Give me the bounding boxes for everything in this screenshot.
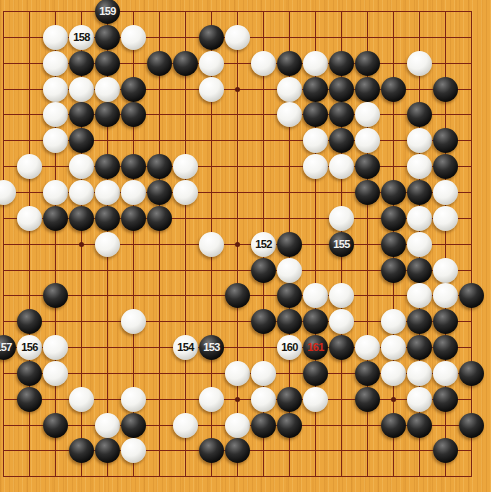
white-stone [225, 413, 250, 438]
white-stone [433, 361, 458, 386]
white-stone [43, 335, 68, 360]
white-stone [433, 206, 458, 231]
white-stone [69, 180, 94, 205]
white-stone [407, 154, 432, 179]
white-stone [43, 77, 68, 102]
black-stone [277, 232, 302, 257]
black-stone [173, 51, 198, 76]
move-number-label: 154 [177, 342, 194, 353]
black-stone [17, 361, 42, 386]
move-number-label: 157 [0, 342, 12, 353]
white-stone [407, 51, 432, 76]
white-stone [381, 361, 406, 386]
black-stone [95, 154, 120, 179]
black-stone [95, 206, 120, 231]
black-stone [303, 361, 328, 386]
black-stone [433, 335, 458, 360]
black-stone: 159 [95, 0, 120, 24]
black-stone [251, 258, 276, 283]
black-stone [381, 258, 406, 283]
black-stone [277, 51, 302, 76]
move-number-label: 152 [255, 239, 272, 250]
black-stone [329, 77, 354, 102]
black-stone [69, 206, 94, 231]
black-stone [381, 77, 406, 102]
black-stone [199, 25, 224, 50]
white-stone [43, 180, 68, 205]
black-stone [381, 413, 406, 438]
black-stone [251, 413, 276, 438]
black-stone [381, 180, 406, 205]
black-stone [407, 413, 432, 438]
white-stone [251, 51, 276, 76]
white-stone [95, 77, 120, 102]
black-stone: 155 [329, 232, 354, 257]
black-stone [381, 232, 406, 257]
star-point [235, 242, 240, 247]
white-stone [199, 77, 224, 102]
white-stone [433, 180, 458, 205]
black-stone [459, 413, 484, 438]
grid-line-horizontal [3, 476, 472, 477]
black-stone [69, 51, 94, 76]
white-stone [17, 206, 42, 231]
black-stone [407, 180, 432, 205]
black-stone [121, 206, 146, 231]
white-stone [407, 361, 432, 386]
move-number-label: 159 [99, 6, 116, 17]
black-stone [121, 413, 146, 438]
black-stone [355, 361, 380, 386]
white-stone [95, 413, 120, 438]
white-stone [173, 154, 198, 179]
white-stone [303, 154, 328, 179]
white-stone: 154 [173, 335, 198, 360]
go-board[interactable]: 159158152155157156154153160161 [0, 0, 491, 492]
black-stone [147, 154, 172, 179]
black-stone [43, 413, 68, 438]
star-point [79, 242, 84, 247]
black-stone [303, 77, 328, 102]
white-stone [303, 387, 328, 412]
black-stone [329, 51, 354, 76]
black-stone: 161 [303, 335, 328, 360]
white-stone [43, 361, 68, 386]
white-stone [407, 232, 432, 257]
white-stone [199, 232, 224, 257]
white-stone [251, 361, 276, 386]
white-stone [199, 51, 224, 76]
move-number-label: 155 [333, 239, 350, 250]
white-stone [277, 77, 302, 102]
black-stone [147, 180, 172, 205]
black-stone [43, 206, 68, 231]
black-stone [381, 206, 406, 231]
white-stone [69, 387, 94, 412]
black-stone [355, 154, 380, 179]
black-stone [329, 335, 354, 360]
star-point [391, 397, 396, 402]
white-stone [303, 51, 328, 76]
white-stone [69, 77, 94, 102]
black-stone [17, 387, 42, 412]
black-stone [355, 51, 380, 76]
white-stone [121, 387, 146, 412]
black-stone [277, 387, 302, 412]
move-number-label: 153 [203, 342, 220, 353]
white-stone [329, 154, 354, 179]
white-stone [173, 413, 198, 438]
black-stone [433, 154, 458, 179]
black-stone [355, 180, 380, 205]
white-stone [95, 180, 120, 205]
black-stone [277, 413, 302, 438]
black-stone: 153 [199, 335, 224, 360]
grid-line-vertical [471, 11, 472, 477]
white-stone: 152 [251, 232, 276, 257]
star-point [235, 87, 240, 92]
white-stone [121, 25, 146, 50]
white-stone [121, 180, 146, 205]
white-stone [69, 154, 94, 179]
black-stone [147, 51, 172, 76]
black-stone [407, 258, 432, 283]
white-stone [381, 335, 406, 360]
white-stone [433, 258, 458, 283]
white-stone [95, 232, 120, 257]
white-stone [407, 206, 432, 231]
white-stone [43, 51, 68, 76]
black-stone [459, 361, 484, 386]
white-stone [225, 361, 250, 386]
black-stone [433, 387, 458, 412]
white-stone: 158 [69, 25, 94, 50]
black-stone [355, 77, 380, 102]
white-stone [251, 387, 276, 412]
star-point [235, 397, 240, 402]
black-stone [355, 387, 380, 412]
white-stone [329, 206, 354, 231]
white-stone [277, 258, 302, 283]
move-number-label: 161 [307, 342, 324, 353]
move-number-label: 158 [73, 32, 90, 43]
black-stone [95, 25, 120, 50]
black-stone [121, 154, 146, 179]
black-stone [147, 206, 172, 231]
white-stone: 160 [277, 335, 302, 360]
white-stone [173, 180, 198, 205]
black-stone [433, 77, 458, 102]
move-number-label: 160 [281, 342, 298, 353]
white-stone [355, 335, 380, 360]
white-stone [225, 25, 250, 50]
black-stone [121, 77, 146, 102]
move-number-label: 156 [21, 342, 38, 353]
white-stone [407, 387, 432, 412]
white-stone [17, 154, 42, 179]
black-stone [95, 51, 120, 76]
black-stone [407, 335, 432, 360]
white-stone: 156 [17, 335, 42, 360]
white-stone [43, 25, 68, 50]
white-stone [199, 387, 224, 412]
